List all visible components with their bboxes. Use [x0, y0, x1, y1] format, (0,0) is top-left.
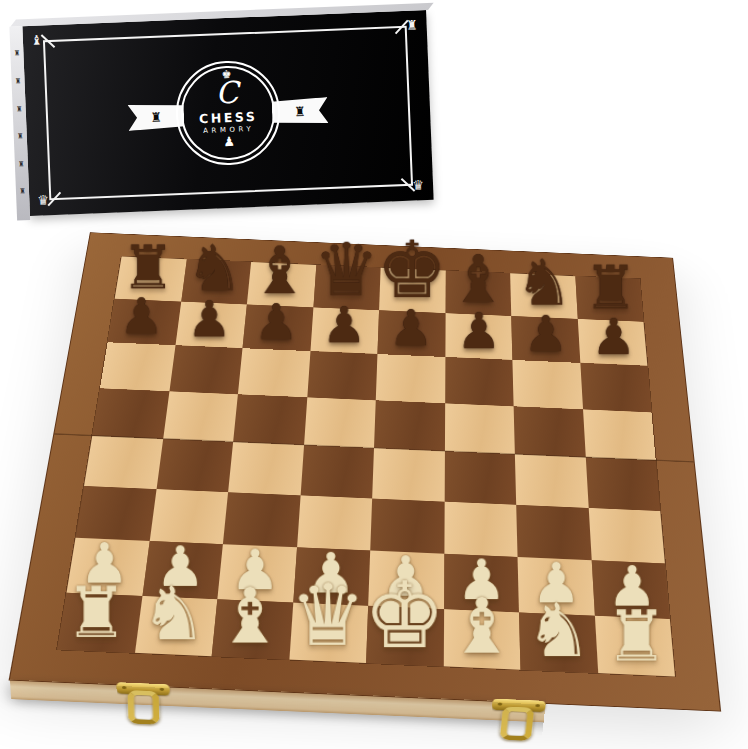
latch-loop — [127, 690, 160, 725]
black-knight-g8: ♞ — [516, 251, 573, 315]
square-d5 — [304, 397, 376, 448]
square-h2: ♟ — [591, 560, 670, 618]
black-rook-h8: ♜ — [583, 258, 637, 318]
square-a7: ♟ — [108, 298, 181, 345]
white-pawn-b2: ♟ — [155, 538, 205, 594]
white-pawn-c2: ♟ — [230, 542, 280, 598]
white-pawn-a2: ♟ — [80, 535, 130, 591]
square-e2: ♟ — [368, 551, 444, 609]
square-b6 — [169, 345, 243, 394]
square-f1: ♝ — [443, 609, 520, 670]
king-icon: ♚ — [221, 69, 231, 79]
latch-plate — [116, 682, 169, 696]
square-c6 — [238, 348, 310, 397]
black-rook-a8: ♜ — [121, 237, 175, 297]
square-d6 — [307, 351, 378, 400]
latch-loop — [500, 706, 535, 740]
black-bishop-f8: ♝ — [449, 246, 508, 312]
square-e6 — [376, 354, 445, 403]
square-c1: ♝ — [212, 599, 293, 660]
square-h8: ♜ — [575, 276, 644, 321]
white-bishop-c1: ♝ — [216, 578, 285, 655]
square-d1: ♛ — [289, 602, 368, 663]
rook-icon: ♜ — [406, 18, 418, 31]
black-bishop-c8: ♝ — [251, 238, 310, 304]
square-e7: ♟ — [377, 310, 445, 357]
square-a1: ♜ — [57, 592, 142, 653]
square-g8: ♞ — [510, 273, 577, 318]
square-h7: ♟ — [577, 319, 647, 366]
square-h6 — [580, 363, 652, 412]
square-g1: ♞ — [519, 612, 598, 673]
white-pawn-e2: ♟ — [381, 548, 431, 604]
square-b4 — [156, 439, 233, 492]
square-g3 — [516, 504, 591, 560]
white-pawn-h2: ♟ — [607, 558, 657, 614]
rook-icon: ♜ — [15, 78, 22, 85]
square-g6 — [512, 360, 582, 409]
square-h3 — [588, 508, 665, 564]
square-d3 — [297, 495, 373, 551]
square-h5 — [583, 409, 656, 460]
square-f8: ♝ — [445, 271, 511, 316]
rook-icon: ♜ — [14, 51, 21, 58]
square-h1: ♜ — [594, 615, 675, 676]
square-g2: ♟ — [518, 557, 595, 615]
square-f7: ♟ — [445, 313, 512, 360]
square-a5 — [92, 388, 169, 439]
square-e8: ♚ — [379, 268, 445, 313]
square-b3 — [149, 489, 228, 544]
square-h4 — [585, 457, 660, 510]
square-c5 — [233, 394, 307, 445]
black-knight-b8: ♞ — [186, 237, 243, 301]
white-knight-g1: ♞ — [526, 594, 593, 668]
product-photo-scene: ♜♜♜♜♜♜ ♝ ♜ ♛ ♛ ♜ ♜ ♚ C CHESS — [0, 0, 748, 749]
square-a8: ♜ — [115, 256, 187, 301]
square-e3 — [370, 498, 444, 554]
square-f3 — [444, 501, 518, 557]
black-king-e8: ♚ — [377, 230, 448, 309]
square-a3 — [76, 486, 157, 541]
square-a2: ♟ — [67, 538, 150, 596]
square-a6 — [100, 342, 175, 391]
square-c8: ♝ — [247, 262, 316, 307]
brass-latch-left — [116, 682, 170, 730]
brass-latch-right — [489, 699, 547, 747]
square-d7: ♟ — [310, 307, 379, 354]
square-c7: ♟ — [243, 304, 313, 351]
square-e4 — [372, 448, 444, 501]
box-top-edge — [10, 3, 433, 27]
square-b7: ♟ — [175, 301, 247, 348]
bishop-icon: ♝ — [31, 33, 43, 46]
square-b2: ♟ — [142, 541, 223, 599]
square-c4 — [228, 442, 303, 495]
square-f6 — [445, 357, 514, 406]
chessboard-squares: ♜♞♝♛♚♝♞♜♟♟♟♟♟♟♟♟♟♟♟♟♟♟♟♟♜♞♝♛♚♝♞♜ — [57, 256, 675, 676]
square-g4 — [515, 454, 588, 507]
chessboard: ♜♞♝♛♚♝♞♜♟♟♟♟♟♟♟♟♟♟♟♟♟♟♟♟♜♞♝♛♚♝♞♜ — [10, 233, 720, 711]
square-c3 — [223, 492, 300, 548]
square-d4 — [300, 445, 374, 498]
square-d8: ♛ — [313, 265, 381, 310]
square-g7: ♟ — [511, 316, 580, 363]
board-front-edge — [10, 680, 720, 730]
square-b8: ♞ — [181, 259, 251, 304]
white-pawn-g2: ♟ — [532, 555, 582, 611]
latch-plate — [492, 699, 546, 712]
square-f4 — [444, 451, 516, 504]
square-g5 — [514, 406, 586, 457]
square-e5 — [374, 400, 445, 451]
square-b1: ♞ — [134, 596, 217, 657]
square-e1: ♚ — [366, 605, 444, 666]
square-f2: ♟ — [444, 554, 519, 612]
board-right-edge — [670, 258, 720, 727]
white-pawn-d2: ♟ — [306, 545, 356, 601]
white-pawn-f2: ♟ — [456, 552, 506, 608]
black-queen-d8: ♛ — [313, 233, 379, 306]
square-a4 — [84, 436, 163, 489]
square-f5 — [444, 403, 514, 454]
square-d2: ♟ — [293, 547, 370, 605]
frame-corner-tick — [41, 34, 56, 48]
square-c2: ♟ — [217, 544, 296, 602]
square-b5 — [163, 391, 238, 442]
board-stage: ♜♞♝♛♚♝♞♜♟♟♟♟♟♟♟♟♟♟♟♟♟♟♟♟♜♞♝♛♚♝♞♜ — [0, 100, 748, 749]
